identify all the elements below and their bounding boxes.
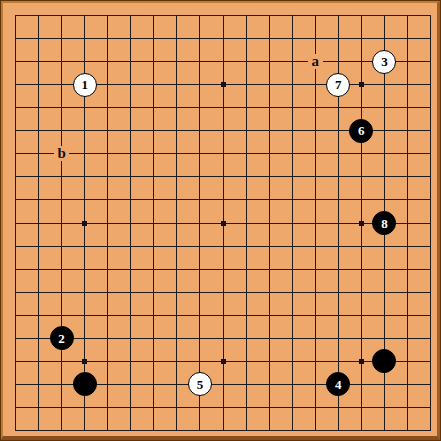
- stone-white-7[interactable]: 7: [326, 73, 350, 97]
- star-point: [221, 221, 226, 226]
- grid-line-vertical: [407, 15, 408, 431]
- star-point: [359, 82, 364, 87]
- stone-move-number: 7: [335, 78, 342, 91]
- board-frame: 12345678ab: [1, 1, 440, 440]
- stone-black[interactable]: [372, 349, 396, 373]
- stone-black-2[interactable]: 2: [50, 326, 74, 350]
- stone-white-3[interactable]: 3: [372, 50, 396, 74]
- stone-black-6[interactable]: 6: [349, 119, 373, 143]
- grid-line-vertical: [315, 15, 316, 431]
- grid-line-horizontal: [15, 292, 431, 293]
- stone-move-number: 6: [358, 124, 365, 137]
- stone-move-number: 4: [335, 378, 342, 391]
- star-point: [82, 359, 87, 364]
- grid-line-horizontal: [15, 315, 431, 316]
- grid-line-horizontal: [15, 269, 431, 270]
- stone-move-number: 8: [381, 217, 388, 230]
- stone-black-4[interactable]: 4: [326, 372, 350, 396]
- stone-white-5[interactable]: 5: [188, 372, 212, 396]
- star-point: [82, 221, 87, 226]
- stone-move-number: 1: [81, 78, 88, 91]
- stone-move-number: 5: [197, 378, 204, 391]
- star-point: [221, 82, 226, 87]
- grid-line-horizontal: [15, 246, 431, 247]
- stone-black-8[interactable]: 8: [372, 211, 396, 235]
- labeled-point-b[interactable]: b: [54, 146, 69, 161]
- grid-line-vertical: [269, 15, 270, 431]
- stone-move-number: 3: [381, 55, 388, 68]
- stone-black[interactable]: [73, 372, 97, 396]
- grid-line-horizontal: [15, 407, 431, 408]
- stone-white-1[interactable]: 1: [73, 73, 97, 97]
- grid-line-vertical: [430, 15, 431, 431]
- board-outer-edge: 12345678ab: [0, 0, 441, 441]
- stone-move-number: 2: [58, 332, 65, 345]
- grid-line-horizontal: [15, 338, 431, 339]
- grid-line-vertical: [292, 15, 293, 431]
- grid-line-vertical: [246, 15, 247, 431]
- labeled-point-a[interactable]: a: [308, 54, 323, 69]
- star-point: [359, 359, 364, 364]
- star-point: [221, 359, 226, 364]
- star-point: [359, 221, 364, 226]
- board-grid[interactable]: 12345678ab: [3, 3, 437, 436]
- go-diagram: 12345678ab: [0, 0, 441, 441]
- grid-line-horizontal: [15, 430, 431, 431]
